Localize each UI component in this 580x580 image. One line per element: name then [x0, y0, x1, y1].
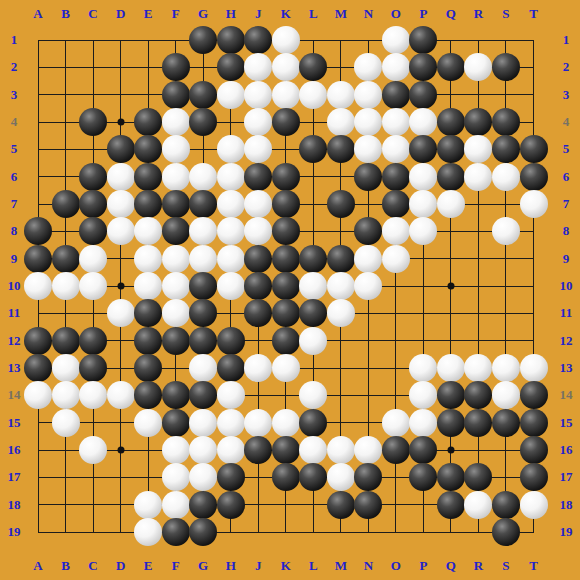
white-stone-E18 — [134, 491, 162, 519]
black-stone-N17 — [354, 463, 382, 491]
white-stone-H14 — [217, 381, 245, 409]
col-label-bottom-S: S — [502, 558, 509, 574]
black-stone-J9 — [244, 245, 272, 273]
white-stone-P15 — [409, 409, 437, 437]
white-stone-M3 — [327, 81, 355, 109]
row-label-right-10: 10 — [560, 278, 573, 294]
col-label-bottom-K: K — [281, 558, 291, 574]
black-stone-H18 — [217, 491, 245, 519]
col-label-bottom-M: M — [335, 558, 347, 574]
black-stone-R4 — [464, 108, 492, 136]
black-stone-S2 — [492, 53, 520, 81]
row-label-right-16: 16 — [560, 442, 573, 458]
white-stone-O9 — [382, 245, 410, 273]
row-label-right-17: 17 — [560, 469, 573, 485]
col-label-top-O: O — [391, 6, 401, 22]
white-stone-H8 — [217, 217, 245, 245]
white-stone-F18 — [162, 491, 190, 519]
black-stone-H2 — [217, 53, 245, 81]
black-stone-C12 — [79, 327, 107, 355]
white-stone-M17 — [327, 463, 355, 491]
black-stone-L15 — [299, 409, 327, 437]
black-stone-S18 — [492, 491, 520, 519]
black-stone-Q18 — [437, 491, 465, 519]
white-stone-R6 — [464, 163, 492, 191]
black-stone-A9 — [24, 245, 52, 273]
col-label-bottom-R: R — [474, 558, 483, 574]
white-stone-T13 — [520, 354, 548, 382]
white-stone-A14 — [24, 381, 52, 409]
black-stone-S15 — [492, 409, 520, 437]
black-stone-P5 — [409, 135, 437, 163]
col-label-top-T: T — [529, 6, 538, 22]
col-label-bottom-D: D — [116, 558, 125, 574]
white-stone-S6 — [492, 163, 520, 191]
white-stone-L16 — [299, 436, 327, 464]
white-stone-N2 — [354, 53, 382, 81]
hoshi-D4 — [117, 119, 124, 126]
white-stone-N16 — [354, 436, 382, 464]
white-stone-O2 — [382, 53, 410, 81]
white-stone-H7 — [217, 190, 245, 218]
black-stone-F7 — [162, 190, 190, 218]
hoshi-Q16 — [447, 447, 454, 454]
col-label-top-L: L — [309, 6, 318, 22]
white-stone-J2 — [244, 53, 272, 81]
go-board[interactable]: AABBCCDDEEFFGGHHJJKKLLMMNNOOPPQQRRSSTT11… — [0, 0, 580, 580]
white-stone-G9 — [189, 245, 217, 273]
white-stone-P4 — [409, 108, 437, 136]
black-stone-G4 — [189, 108, 217, 136]
row-label-left-6: 6 — [11, 169, 18, 185]
white-stone-J3 — [244, 81, 272, 109]
col-label-top-H: H — [226, 6, 236, 22]
white-stone-G8 — [189, 217, 217, 245]
black-stone-G1 — [189, 26, 217, 54]
white-stone-K15 — [272, 409, 300, 437]
row-label-right-11: 11 — [560, 305, 572, 321]
white-stone-Q7 — [437, 190, 465, 218]
white-stone-C14 — [79, 381, 107, 409]
white-stone-A10 — [24, 272, 52, 300]
row-label-left-12: 12 — [8, 333, 21, 349]
black-stone-N18 — [354, 491, 382, 519]
white-stone-F5 — [162, 135, 190, 163]
black-stone-O7 — [382, 190, 410, 218]
black-stone-K16 — [272, 436, 300, 464]
black-stone-O3 — [382, 81, 410, 109]
col-label-top-N: N — [364, 6, 373, 22]
black-stone-S5 — [492, 135, 520, 163]
black-stone-H17 — [217, 463, 245, 491]
black-stone-J11 — [244, 299, 272, 327]
white-stone-O1 — [382, 26, 410, 54]
white-stone-H5 — [217, 135, 245, 163]
black-stone-J1 — [244, 26, 272, 54]
white-stone-O8 — [382, 217, 410, 245]
white-stone-H3 — [217, 81, 245, 109]
black-stone-E7 — [134, 190, 162, 218]
white-stone-D8 — [107, 217, 135, 245]
white-stone-E9 — [134, 245, 162, 273]
black-stone-A13 — [24, 354, 52, 382]
white-stone-H10 — [217, 272, 245, 300]
col-label-top-G: G — [198, 6, 208, 22]
black-stone-G10 — [189, 272, 217, 300]
row-label-right-4: 4 — [563, 114, 570, 130]
white-stone-T18 — [520, 491, 548, 519]
white-stone-P6 — [409, 163, 437, 191]
white-stone-J15 — [244, 409, 272, 437]
white-stone-F16 — [162, 436, 190, 464]
row-label-right-5: 5 — [563, 141, 570, 157]
black-stone-G11 — [189, 299, 217, 327]
white-stone-D11 — [107, 299, 135, 327]
white-stone-Q13 — [437, 354, 465, 382]
white-stone-R2 — [464, 53, 492, 81]
black-stone-K8 — [272, 217, 300, 245]
row-label-left-19: 19 — [8, 524, 21, 540]
black-stone-J10 — [244, 272, 272, 300]
black-stone-G7 — [189, 190, 217, 218]
white-stone-F9 — [162, 245, 190, 273]
black-stone-L5 — [299, 135, 327, 163]
black-stone-K9 — [272, 245, 300, 273]
white-stone-O5 — [382, 135, 410, 163]
black-stone-O16 — [382, 436, 410, 464]
white-stone-K3 — [272, 81, 300, 109]
black-stone-G14 — [189, 381, 217, 409]
row-label-left-14: 14 — [8, 387, 21, 403]
black-stone-C13 — [79, 354, 107, 382]
black-stone-D5 — [107, 135, 135, 163]
black-stone-E4 — [134, 108, 162, 136]
white-stone-E19 — [134, 518, 162, 546]
black-stone-Q17 — [437, 463, 465, 491]
hoshi-D16 — [117, 447, 124, 454]
white-stone-K2 — [272, 53, 300, 81]
black-stone-R14 — [464, 381, 492, 409]
col-label-top-J: J — [255, 6, 262, 22]
black-stone-B9 — [52, 245, 80, 273]
col-label-bottom-T: T — [529, 558, 538, 574]
row-label-right-14: 14 — [560, 387, 573, 403]
black-stone-O6 — [382, 163, 410, 191]
black-stone-S4 — [492, 108, 520, 136]
white-stone-J8 — [244, 217, 272, 245]
black-stone-K7 — [272, 190, 300, 218]
black-stone-Q6 — [437, 163, 465, 191]
black-stone-S19 — [492, 518, 520, 546]
black-stone-F8 — [162, 217, 190, 245]
white-stone-L14 — [299, 381, 327, 409]
black-stone-T15 — [520, 409, 548, 437]
col-label-top-M: M — [335, 6, 347, 22]
hoshi-D10 — [117, 283, 124, 290]
row-label-left-15: 15 — [8, 415, 21, 431]
black-stone-P1 — [409, 26, 437, 54]
black-stone-Q4 — [437, 108, 465, 136]
black-stone-H1 — [217, 26, 245, 54]
black-stone-A12 — [24, 327, 52, 355]
row-label-left-5: 5 — [11, 141, 18, 157]
row-label-right-6: 6 — [563, 169, 570, 185]
white-stone-O4 — [382, 108, 410, 136]
col-label-top-C: C — [88, 6, 97, 22]
black-stone-F2 — [162, 53, 190, 81]
col-label-bottom-J: J — [255, 558, 262, 574]
row-label-left-1: 1 — [11, 32, 18, 48]
black-stone-G18 — [189, 491, 217, 519]
col-label-bottom-H: H — [226, 558, 236, 574]
black-stone-R17 — [464, 463, 492, 491]
col-label-bottom-C: C — [88, 558, 97, 574]
col-label-bottom-N: N — [364, 558, 373, 574]
black-stone-B12 — [52, 327, 80, 355]
row-label-left-17: 17 — [8, 469, 21, 485]
black-stone-J6 — [244, 163, 272, 191]
white-stone-E15 — [134, 409, 162, 437]
black-stone-K11 — [272, 299, 300, 327]
white-stone-B13 — [52, 354, 80, 382]
black-stone-M5 — [327, 135, 355, 163]
white-stone-S14 — [492, 381, 520, 409]
black-stone-Q14 — [437, 381, 465, 409]
col-label-top-F: F — [172, 6, 180, 22]
row-label-right-1: 1 — [563, 32, 570, 48]
white-stone-J7 — [244, 190, 272, 218]
black-stone-E13 — [134, 354, 162, 382]
col-label-top-K: K — [281, 6, 291, 22]
white-stone-P13 — [409, 354, 437, 382]
col-label-top-R: R — [474, 6, 483, 22]
col-label-bottom-P: P — [419, 558, 427, 574]
black-stone-B7 — [52, 190, 80, 218]
black-stone-T14 — [520, 381, 548, 409]
white-stone-K1 — [272, 26, 300, 54]
black-stone-F3 — [162, 81, 190, 109]
white-stone-J4 — [244, 108, 272, 136]
white-stone-G16 — [189, 436, 217, 464]
white-stone-T7 — [520, 190, 548, 218]
black-stone-H13 — [217, 354, 245, 382]
black-stone-Q5 — [437, 135, 465, 163]
row-label-right-2: 2 — [563, 59, 570, 75]
black-stone-P3 — [409, 81, 437, 109]
col-label-bottom-B: B — [61, 558, 70, 574]
white-stone-H9 — [217, 245, 245, 273]
row-label-left-13: 13 — [8, 360, 21, 376]
white-stone-N3 — [354, 81, 382, 109]
black-stone-A8 — [24, 217, 52, 245]
black-stone-C4 — [79, 108, 107, 136]
black-stone-M7 — [327, 190, 355, 218]
white-stone-F6 — [162, 163, 190, 191]
black-stone-E12 — [134, 327, 162, 355]
white-stone-B15 — [52, 409, 80, 437]
col-label-bottom-G: G — [198, 558, 208, 574]
black-stone-N8 — [354, 217, 382, 245]
col-label-top-B: B — [61, 6, 70, 22]
row-label-right-19: 19 — [560, 524, 573, 540]
row-label-left-9: 9 — [11, 251, 18, 267]
black-stone-P2 — [409, 53, 437, 81]
row-label-left-18: 18 — [8, 497, 21, 513]
white-stone-F11 — [162, 299, 190, 327]
white-stone-R5 — [464, 135, 492, 163]
white-stone-D14 — [107, 381, 135, 409]
black-stone-K12 — [272, 327, 300, 355]
black-stone-C7 — [79, 190, 107, 218]
black-stone-F12 — [162, 327, 190, 355]
row-label-right-18: 18 — [560, 497, 573, 513]
black-stone-C8 — [79, 217, 107, 245]
white-stone-N9 — [354, 245, 382, 273]
black-stone-T6 — [520, 163, 548, 191]
row-label-right-12: 12 — [560, 333, 573, 349]
white-stone-H6 — [217, 163, 245, 191]
black-stone-J16 — [244, 436, 272, 464]
col-label-bottom-A: A — [33, 558, 42, 574]
row-label-left-10: 10 — [8, 278, 21, 294]
white-stone-H15 — [217, 409, 245, 437]
col-label-top-P: P — [419, 6, 427, 22]
white-stone-O15 — [382, 409, 410, 437]
col-label-bottom-L: L — [309, 558, 318, 574]
black-stone-F15 — [162, 409, 190, 437]
white-stone-L10 — [299, 272, 327, 300]
row-label-left-8: 8 — [11, 223, 18, 239]
white-stone-D6 — [107, 163, 135, 191]
white-stone-F17 — [162, 463, 190, 491]
black-stone-C6 — [79, 163, 107, 191]
white-stone-R18 — [464, 491, 492, 519]
black-stone-P17 — [409, 463, 437, 491]
row-label-right-3: 3 — [563, 87, 570, 103]
black-stone-F19 — [162, 518, 190, 546]
black-stone-E6 — [134, 163, 162, 191]
black-stone-E11 — [134, 299, 162, 327]
white-stone-L3 — [299, 81, 327, 109]
row-label-left-7: 7 — [11, 196, 18, 212]
black-stone-H12 — [217, 327, 245, 355]
white-stone-N4 — [354, 108, 382, 136]
white-stone-D7 — [107, 190, 135, 218]
col-label-top-Q: Q — [446, 6, 456, 22]
white-stone-H16 — [217, 436, 245, 464]
black-stone-G12 — [189, 327, 217, 355]
white-stone-G15 — [189, 409, 217, 437]
white-stone-S8 — [492, 217, 520, 245]
row-label-left-2: 2 — [11, 59, 18, 75]
white-stone-P8 — [409, 217, 437, 245]
white-stone-B10 — [52, 272, 80, 300]
black-stone-K6 — [272, 163, 300, 191]
row-label-right-15: 15 — [560, 415, 573, 431]
white-stone-M11 — [327, 299, 355, 327]
white-stone-G17 — [189, 463, 217, 491]
black-stone-N6 — [354, 163, 382, 191]
white-stone-K13 — [272, 354, 300, 382]
col-label-bottom-F: F — [172, 558, 180, 574]
black-stone-M18 — [327, 491, 355, 519]
white-stone-N5 — [354, 135, 382, 163]
black-stone-E5 — [134, 135, 162, 163]
row-label-right-7: 7 — [563, 196, 570, 212]
white-stone-P7 — [409, 190, 437, 218]
black-stone-E14 — [134, 381, 162, 409]
row-label-right-13: 13 — [560, 360, 573, 376]
white-stone-C10 — [79, 272, 107, 300]
black-stone-T5 — [520, 135, 548, 163]
black-stone-G3 — [189, 81, 217, 109]
white-stone-F4 — [162, 108, 190, 136]
black-stone-K4 — [272, 108, 300, 136]
col-label-bottom-Q: Q — [446, 558, 456, 574]
black-stone-T16 — [520, 436, 548, 464]
black-stone-L9 — [299, 245, 327, 273]
white-stone-G13 — [189, 354, 217, 382]
white-stone-S13 — [492, 354, 520, 382]
white-stone-F10 — [162, 272, 190, 300]
col-label-top-E: E — [144, 6, 153, 22]
white-stone-C9 — [79, 245, 107, 273]
col-label-top-A: A — [33, 6, 42, 22]
black-stone-P16 — [409, 436, 437, 464]
white-stone-M10 — [327, 272, 355, 300]
col-label-top-D: D — [116, 6, 125, 22]
col-label-bottom-O: O — [391, 558, 401, 574]
white-stone-P14 — [409, 381, 437, 409]
white-stone-M4 — [327, 108, 355, 136]
black-stone-G19 — [189, 518, 217, 546]
black-stone-Q2 — [437, 53, 465, 81]
row-label-right-8: 8 — [563, 223, 570, 239]
hoshi-Q10 — [447, 283, 454, 290]
white-stone-B14 — [52, 381, 80, 409]
black-stone-K10 — [272, 272, 300, 300]
col-label-bottom-E: E — [144, 558, 153, 574]
white-stone-N10 — [354, 272, 382, 300]
white-stone-L12 — [299, 327, 327, 355]
black-stone-M9 — [327, 245, 355, 273]
black-stone-K17 — [272, 463, 300, 491]
white-stone-G6 — [189, 163, 217, 191]
black-stone-Q15 — [437, 409, 465, 437]
row-label-right-9: 9 — [563, 251, 570, 267]
white-stone-R13 — [464, 354, 492, 382]
col-label-top-S: S — [502, 6, 509, 22]
white-stone-E10 — [134, 272, 162, 300]
white-stone-C16 — [79, 436, 107, 464]
white-stone-E8 — [134, 217, 162, 245]
white-stone-J13 — [244, 354, 272, 382]
white-stone-M16 — [327, 436, 355, 464]
white-stone-J5 — [244, 135, 272, 163]
row-label-left-3: 3 — [11, 87, 18, 103]
row-label-left-16: 16 — [8, 442, 21, 458]
black-stone-L17 — [299, 463, 327, 491]
black-stone-F14 — [162, 381, 190, 409]
black-stone-L2 — [299, 53, 327, 81]
row-label-left-11: 11 — [8, 305, 20, 321]
black-stone-T17 — [520, 463, 548, 491]
black-stone-L11 — [299, 299, 327, 327]
row-label-left-4: 4 — [11, 114, 18, 130]
black-stone-R15 — [464, 409, 492, 437]
